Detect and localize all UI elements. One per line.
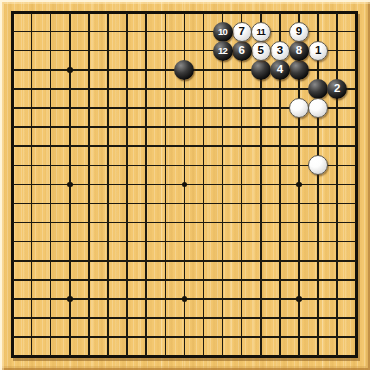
move-number: 2 <box>334 83 340 95</box>
stone-black-move-6[interactable]: 6 <box>232 41 252 61</box>
move-number: 11 <box>256 26 265 36</box>
stone-white-move-7[interactable]: 7 <box>232 22 252 42</box>
grid-line-vertical <box>317 13 319 357</box>
grid-line-horizontal <box>13 203 357 205</box>
stone-black[interactable] <box>308 79 328 99</box>
stone-black-move-10[interactable]: 10 <box>213 22 233 42</box>
star-point <box>296 296 302 302</box>
stone-white-move-1[interactable]: 1 <box>308 41 328 61</box>
move-number: 1 <box>315 44 321 56</box>
grid-line-vertical <box>336 13 338 357</box>
stone-white-move-11[interactable]: 11 <box>251 22 271 42</box>
stone-white-move-3[interactable]: 3 <box>270 41 290 61</box>
grid-line-horizontal <box>13 279 357 281</box>
move-number: 9 <box>296 25 302 37</box>
stone-white[interactable] <box>308 98 328 118</box>
star-point <box>67 182 73 188</box>
move-number: 5 <box>258 44 264 56</box>
grid-line-horizontal <box>13 222 357 224</box>
stone-black-move-4[interactable]: 4 <box>270 60 290 80</box>
stone-black-move-8[interactable]: 8 <box>289 41 309 61</box>
move-number: 10 <box>218 26 227 36</box>
stone-white[interactable] <box>289 98 309 118</box>
grid-line-horizontal <box>13 336 357 338</box>
stone-white-move-5[interactable]: 5 <box>251 41 271 61</box>
move-number: 3 <box>277 44 283 56</box>
stone-black[interactable] <box>289 60 309 80</box>
move-number: 12 <box>218 45 227 55</box>
star-point <box>182 296 188 302</box>
move-number: 6 <box>238 44 244 56</box>
star-point <box>296 182 302 188</box>
stone-black-move-2[interactable]: 2 <box>327 79 347 99</box>
stone-black-move-12[interactable]: 12 <box>213 41 233 61</box>
grid-line-horizontal <box>13 241 357 243</box>
grid-line-vertical <box>203 13 205 357</box>
grid-line-vertical <box>222 13 224 357</box>
go-board[interactable]: 123456789101112 <box>0 0 370 370</box>
grid-line-horizontal <box>13 317 357 319</box>
move-number: 7 <box>238 25 244 37</box>
star-point <box>67 67 73 73</box>
move-number: 4 <box>277 64 283 76</box>
stone-black[interactable] <box>251 60 271 80</box>
move-number: 8 <box>296 44 302 56</box>
star-point <box>67 296 73 302</box>
grid-line-vertical <box>241 13 243 357</box>
grid-line-horizontal <box>13 260 357 262</box>
stone-white-move-9[interactable]: 9 <box>289 22 309 42</box>
